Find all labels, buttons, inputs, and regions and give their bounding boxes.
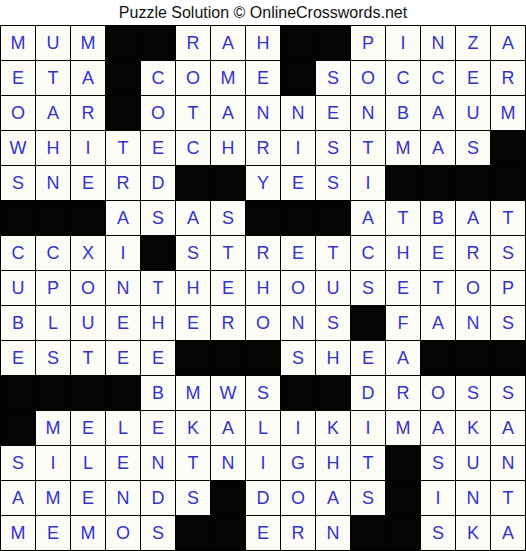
letter-cell-r8c12: E xyxy=(386,271,420,305)
letter-cell-r6c14: A xyxy=(456,201,490,235)
letter-cell-r15c3: M xyxy=(71,516,105,550)
letter-cell-r11c12: R xyxy=(386,376,420,410)
page-title: Puzzle Solution © OnlineCrosswords.net xyxy=(0,0,526,25)
letter-cell-r2c14: E xyxy=(456,61,490,95)
letter-cell-r4c10: S xyxy=(316,131,350,165)
block-cell-r1c10 xyxy=(316,26,350,60)
letter-cell-r14c5: D xyxy=(141,481,175,515)
letter-cell-r8c3: O xyxy=(71,271,105,305)
letter-cell-r7c1: C xyxy=(1,236,35,270)
letter-cell-r13c11: T xyxy=(351,446,385,480)
letter-cell-r13c15: N xyxy=(491,446,525,480)
letter-cell-r2c10: S xyxy=(316,61,350,95)
letter-cell-r3c1: O xyxy=(1,96,35,130)
block-cell-r6c10 xyxy=(316,201,350,235)
block-cell-r11c2 xyxy=(36,376,70,410)
letter-cell-r11c8: S xyxy=(246,376,280,410)
letter-cell-r12c4: L xyxy=(106,411,140,445)
letter-cell-r13c5: N xyxy=(141,446,175,480)
letter-cell-r12c14: K xyxy=(456,411,490,445)
letter-cell-r1c12: I xyxy=(386,26,420,60)
letter-cell-r8c15: P xyxy=(491,271,525,305)
letter-cell-r2c1: E xyxy=(1,61,35,95)
letter-cell-r12c12: M xyxy=(386,411,420,445)
letter-cell-r4c6: C xyxy=(176,131,210,165)
letter-cell-r14c1: A xyxy=(1,481,35,515)
letter-cell-r3c12: B xyxy=(386,96,420,130)
block-cell-r5c12 xyxy=(386,166,420,200)
letter-cell-r12c13: A xyxy=(421,411,455,445)
block-cell-r10c7 xyxy=(211,341,245,375)
letter-cell-r2c3: A xyxy=(71,61,105,95)
letter-cell-r2c15: R xyxy=(491,61,525,95)
letter-cell-r2c12: C xyxy=(386,61,420,95)
letter-cell-r10c3: T xyxy=(71,341,105,375)
letter-cell-r1c15: A xyxy=(491,26,525,60)
letter-cell-r7c6: S xyxy=(176,236,210,270)
letter-cell-r1c2: U xyxy=(36,26,70,60)
letter-cell-r4c4: T xyxy=(106,131,140,165)
letter-cell-r5c3: E xyxy=(71,166,105,200)
letter-cell-r7c2: C xyxy=(36,236,70,270)
letter-cell-r3c6: T xyxy=(176,96,210,130)
letter-cell-r8c7: E xyxy=(211,271,245,305)
block-cell-r13c12 xyxy=(386,446,420,480)
block-cell-r11c9 xyxy=(281,376,315,410)
letter-cell-r7c7: T xyxy=(211,236,245,270)
letter-cell-r3c13: A xyxy=(421,96,455,130)
letter-cell-r4c3: I xyxy=(71,131,105,165)
letter-cell-r8c9: O xyxy=(281,271,315,305)
letter-cell-r7c10: T xyxy=(316,236,350,270)
block-cell-r5c6 xyxy=(176,166,210,200)
letter-cell-r12c7: A xyxy=(211,411,245,445)
letter-cell-r5c1: S xyxy=(1,166,35,200)
crossword-grid: MUMRAHPINZAETACOMESOCCEROAROTANNENBAUMWH… xyxy=(0,25,526,551)
block-cell-r2c4 xyxy=(106,61,140,95)
letter-cell-r9c14: N xyxy=(456,306,490,340)
letter-cell-r1c11: P xyxy=(351,26,385,60)
letter-cell-r7c13: E xyxy=(421,236,455,270)
block-cell-r3c4 xyxy=(106,96,140,130)
letter-cell-r4c7: H xyxy=(211,131,245,165)
block-cell-r6c3 xyxy=(71,201,105,235)
block-cell-r11c3 xyxy=(71,376,105,410)
block-cell-r11c10 xyxy=(316,376,350,410)
block-cell-r5c14 xyxy=(456,166,490,200)
letter-cell-r7c8: R xyxy=(246,236,280,270)
letter-cell-r11c6: M xyxy=(176,376,210,410)
letter-cell-r10c10: H xyxy=(316,341,350,375)
letter-cell-r13c8: I xyxy=(246,446,280,480)
letter-cell-r13c1: S xyxy=(1,446,35,480)
letter-cell-r12c10: K xyxy=(316,411,350,445)
letter-cell-r4c9: I xyxy=(281,131,315,165)
letter-cell-r15c1: M xyxy=(1,516,35,550)
letter-cell-r4c11: T xyxy=(351,131,385,165)
letter-cell-r10c4: E xyxy=(106,341,140,375)
block-cell-r11c1 xyxy=(1,376,35,410)
letter-cell-r7c15: S xyxy=(491,236,525,270)
block-cell-r7c5 xyxy=(141,236,175,270)
letter-cell-r15c8: E xyxy=(246,516,280,550)
letter-cell-r12c6: K xyxy=(176,411,210,445)
letter-cell-r6c11: A xyxy=(351,201,385,235)
letter-cell-r8c2: P xyxy=(36,271,70,305)
letter-cell-r6c15: T xyxy=(491,201,525,235)
letter-cell-r15c10: N xyxy=(316,516,350,550)
letter-cell-r7c9: E xyxy=(281,236,315,270)
block-cell-r10c6 xyxy=(176,341,210,375)
letter-cell-r3c5: O xyxy=(141,96,175,130)
block-cell-r5c15 xyxy=(491,166,525,200)
letter-cell-r8c10: U xyxy=(316,271,350,305)
letter-cell-r12c3: E xyxy=(71,411,105,445)
block-cell-r15c11 xyxy=(351,516,385,550)
letter-cell-r12c5: E xyxy=(141,411,175,445)
letter-cell-r9c6: E xyxy=(176,306,210,340)
letter-cell-r3c8: N xyxy=(246,96,280,130)
letter-cell-r12c9: I xyxy=(281,411,315,445)
letter-cell-r3c15: M xyxy=(491,96,525,130)
letter-cell-r12c15: A xyxy=(491,411,525,445)
block-cell-r15c6 xyxy=(176,516,210,550)
letter-cell-r11c13: O xyxy=(421,376,455,410)
letter-cell-r1c14: Z xyxy=(456,26,490,60)
letter-cell-r1c1: M xyxy=(1,26,35,60)
letter-cell-r9c15: S xyxy=(491,306,525,340)
block-cell-r12c1 xyxy=(1,411,35,445)
letter-cell-r9c8: O xyxy=(246,306,280,340)
block-cell-r4c15 xyxy=(491,131,525,165)
letter-cell-r13c7: N xyxy=(211,446,245,480)
letter-cell-r9c1: B xyxy=(1,306,35,340)
letter-cell-r2c2: T xyxy=(36,61,70,95)
letter-cell-r5c9: E xyxy=(281,166,315,200)
block-cell-r5c13 xyxy=(421,166,455,200)
letter-cell-r10c5: E xyxy=(141,341,175,375)
letter-cell-r4c12: M xyxy=(386,131,420,165)
letter-cell-r7c12: H xyxy=(386,236,420,270)
block-cell-r5c7 xyxy=(211,166,245,200)
letter-cell-r6c7: S xyxy=(211,201,245,235)
letter-cell-r7c14: R xyxy=(456,236,490,270)
letter-cell-r9c13: A xyxy=(421,306,455,340)
letter-cell-r13c2: I xyxy=(36,446,70,480)
block-cell-r15c7 xyxy=(211,516,245,550)
letter-cell-r10c9: S xyxy=(281,341,315,375)
letter-cell-r11c7: W xyxy=(211,376,245,410)
letter-cell-r11c14: S xyxy=(456,376,490,410)
letter-cell-r3c3: R xyxy=(71,96,105,130)
block-cell-r14c7 xyxy=(211,481,245,515)
letter-cell-r5c10: S xyxy=(316,166,350,200)
block-cell-r1c4 xyxy=(106,26,140,60)
letter-cell-r15c2: E xyxy=(36,516,70,550)
letter-cell-r9c5: H xyxy=(141,306,175,340)
letter-cell-r7c4: I xyxy=(106,236,140,270)
letter-cell-r3c9: N xyxy=(281,96,315,130)
letter-cell-r5c8: Y xyxy=(246,166,280,200)
block-cell-r10c15 xyxy=(491,341,525,375)
letter-cell-r15c4: O xyxy=(106,516,140,550)
letter-cell-r13c14: U xyxy=(456,446,490,480)
letter-cell-r2c5: C xyxy=(141,61,175,95)
block-cell-r10c8 xyxy=(246,341,280,375)
letter-cell-r6c5: S xyxy=(141,201,175,235)
letter-cell-r9c4: E xyxy=(106,306,140,340)
block-cell-r14c12 xyxy=(386,481,420,515)
letter-cell-r12c11: I xyxy=(351,411,385,445)
letter-cell-r13c6: T xyxy=(176,446,210,480)
letter-cell-r14c2: M xyxy=(36,481,70,515)
letter-cell-r12c8: L xyxy=(246,411,280,445)
letter-cell-r1c3: M xyxy=(71,26,105,60)
block-cell-r6c1 xyxy=(1,201,35,235)
letter-cell-r2c11: O xyxy=(351,61,385,95)
letter-cell-r14c13: I xyxy=(421,481,455,515)
letter-cell-r6c12: T xyxy=(386,201,420,235)
letter-cell-r13c9: G xyxy=(281,446,315,480)
letter-cell-r8c8: H xyxy=(246,271,280,305)
letter-cell-r9c3: U xyxy=(71,306,105,340)
letter-cell-r5c11: I xyxy=(351,166,385,200)
block-cell-r10c14 xyxy=(456,341,490,375)
letter-cell-r5c5: D xyxy=(141,166,175,200)
letter-cell-r8c4: N xyxy=(106,271,140,305)
letter-cell-r5c2: N xyxy=(36,166,70,200)
letter-cell-r2c13: C xyxy=(421,61,455,95)
letter-cell-r9c7: R xyxy=(211,306,245,340)
letter-cell-r13c3: L xyxy=(71,446,105,480)
letter-cell-r3c11: N xyxy=(351,96,385,130)
letter-cell-r1c8: H xyxy=(246,26,280,60)
letter-cell-r11c5: B xyxy=(141,376,175,410)
letter-cell-r3c10: E xyxy=(316,96,350,130)
letter-cell-r4c13: A xyxy=(421,131,455,165)
letter-cell-r15c5: S xyxy=(141,516,175,550)
letter-cell-r2c7: M xyxy=(211,61,245,95)
letter-cell-r1c7: A xyxy=(211,26,245,60)
letter-cell-r14c10: A xyxy=(316,481,350,515)
letter-cell-r14c3: E xyxy=(71,481,105,515)
letter-cell-r13c13: S xyxy=(421,446,455,480)
block-cell-r10c13 xyxy=(421,341,455,375)
letter-cell-r11c15: S xyxy=(491,376,525,410)
letter-cell-r4c2: H xyxy=(36,131,70,165)
letter-cell-r8c14: O xyxy=(456,271,490,305)
letter-cell-r4c1: W xyxy=(1,131,35,165)
letter-cell-r15c9: R xyxy=(281,516,315,550)
letter-cell-r3c14: U xyxy=(456,96,490,130)
letter-cell-r1c13: N xyxy=(421,26,455,60)
letter-cell-r4c14: S xyxy=(456,131,490,165)
letter-cell-r8c5: T xyxy=(141,271,175,305)
letter-cell-r7c3: X xyxy=(71,236,105,270)
letter-cell-r15c15: A xyxy=(491,516,525,550)
letter-cell-r13c10: H xyxy=(316,446,350,480)
letter-cell-r5c4: R xyxy=(106,166,140,200)
letter-cell-r6c4: A xyxy=(106,201,140,235)
letter-cell-r8c11: S xyxy=(351,271,385,305)
letter-cell-r9c12: F xyxy=(386,306,420,340)
letter-cell-r3c7: A xyxy=(211,96,245,130)
letter-cell-r4c8: R xyxy=(246,131,280,165)
block-cell-r2c9 xyxy=(281,61,315,95)
letter-cell-r10c1: E xyxy=(1,341,35,375)
letter-cell-r15c13: S xyxy=(421,516,455,550)
block-cell-r9c11 xyxy=(351,306,385,340)
block-cell-r6c2 xyxy=(36,201,70,235)
letter-cell-r6c13: B xyxy=(421,201,455,235)
letter-cell-r14c14: N xyxy=(456,481,490,515)
letter-cell-r10c11: E xyxy=(351,341,385,375)
letter-cell-r14c8: D xyxy=(246,481,280,515)
letter-cell-r14c9: O xyxy=(281,481,315,515)
letter-cell-r4c5: E xyxy=(141,131,175,165)
letter-cell-r8c13: T xyxy=(421,271,455,305)
block-cell-r1c5 xyxy=(141,26,175,60)
letter-cell-r1c6: R xyxy=(176,26,210,60)
letter-cell-r13c4: E xyxy=(106,446,140,480)
letter-cell-r9c10: S xyxy=(316,306,350,340)
block-cell-r15c12 xyxy=(386,516,420,550)
block-cell-r6c8 xyxy=(246,201,280,235)
letter-cell-r2c8: E xyxy=(246,61,280,95)
letter-cell-r8c6: H xyxy=(176,271,210,305)
letter-cell-r8c1: U xyxy=(1,271,35,305)
letter-cell-r11c11: D xyxy=(351,376,385,410)
block-cell-r11c4 xyxy=(106,376,140,410)
letter-cell-r9c9: N xyxy=(281,306,315,340)
block-cell-r1c9 xyxy=(281,26,315,60)
letter-cell-r6c6: A xyxy=(176,201,210,235)
letter-cell-r14c11: S xyxy=(351,481,385,515)
letter-cell-r14c6: S xyxy=(176,481,210,515)
letter-cell-r10c12: A xyxy=(386,341,420,375)
letter-cell-r12c2: M xyxy=(36,411,70,445)
letter-cell-r7c11: C xyxy=(351,236,385,270)
letter-cell-r3c2: A xyxy=(36,96,70,130)
letter-cell-r9c2: L xyxy=(36,306,70,340)
letter-cell-r15c14: K xyxy=(456,516,490,550)
letter-cell-r14c4: N xyxy=(106,481,140,515)
letter-cell-r14c15: T xyxy=(491,481,525,515)
block-cell-r6c9 xyxy=(281,201,315,235)
letter-cell-r2c6: O xyxy=(176,61,210,95)
letter-cell-r10c2: S xyxy=(36,341,70,375)
